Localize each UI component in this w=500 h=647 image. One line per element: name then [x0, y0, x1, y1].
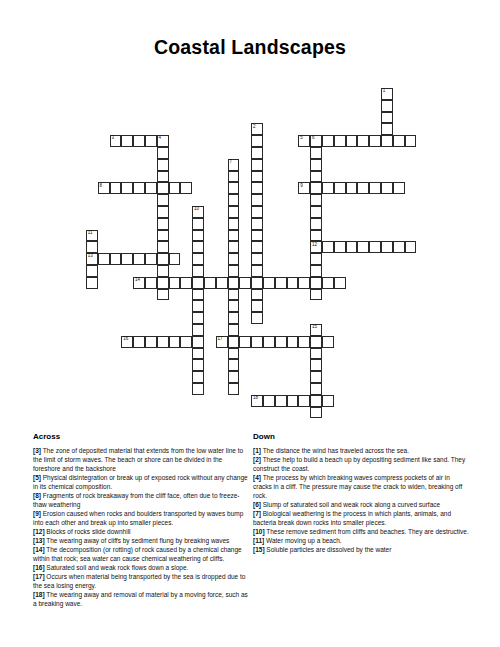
- clue-number-label: [4]: [253, 474, 261, 481]
- grid-cell[interactable]: [169, 182, 181, 194]
- grid-cell[interactable]: [180, 182, 192, 194]
- grid-cell[interactable]: [310, 371, 322, 383]
- grid-cell[interactable]: [251, 241, 263, 253]
- grid-cell[interactable]: [157, 194, 169, 206]
- grid-cell[interactable]: [157, 218, 169, 230]
- clue-down-2: [2] These help to build a beach up by de…: [253, 455, 469, 473]
- grid-cell[interactable]: [381, 100, 393, 112]
- crossword-page: Coastal Landscapes 123456127891011131415…: [0, 0, 500, 647]
- grid-cell-13[interactable]: 13: [86, 253, 98, 265]
- grid-cell[interactable]: [310, 159, 322, 171]
- grid-cell[interactable]: [169, 253, 181, 265]
- grid-cell[interactable]: [322, 277, 334, 289]
- grid-cell[interactable]: [251, 206, 263, 218]
- grid-cell[interactable]: [287, 395, 299, 407]
- clue-number: 7: [229, 160, 232, 165]
- grid-cell-14[interactable]: 14: [133, 277, 145, 289]
- grid-cell[interactable]: [310, 182, 322, 194]
- clue-number-label: [5]: [33, 474, 41, 481]
- grid-cell[interactable]: [192, 371, 204, 383]
- clue-number: 4: [159, 136, 162, 141]
- clue-number: 10: [194, 207, 199, 212]
- clue-number: 2: [253, 125, 256, 130]
- clue-number: 12: [312, 243, 317, 248]
- clue-number-label: [7]: [253, 510, 261, 517]
- grid-cell[interactable]: [310, 277, 322, 289]
- grid-cell[interactable]: [157, 230, 169, 242]
- grid-cell[interactable]: [334, 182, 346, 194]
- grid-cell[interactable]: [157, 159, 169, 171]
- grid-cell[interactable]: [310, 206, 322, 218]
- grid-cell[interactable]: [98, 253, 110, 265]
- grid-cell[interactable]: [310, 147, 322, 159]
- clue-down-10: [10] These remove sediment from cliffs a…: [253, 527, 469, 536]
- clue-down-7: [7] Biological weathering is the process…: [253, 509, 469, 527]
- grid-cell[interactable]: [322, 241, 334, 253]
- clue-number-label: [1]: [253, 447, 261, 454]
- grid-cell[interactable]: [121, 135, 133, 147]
- grid-cell[interactable]: [251, 182, 263, 194]
- grid-cell[interactable]: [228, 218, 240, 230]
- grid-cell[interactable]: [287, 277, 299, 289]
- across-clues-section: Across [3] The zone of deposited materia…: [33, 432, 249, 608]
- clue-number: 13: [88, 254, 93, 259]
- clue-across-14: [14] The decomposition (or rotting) of r…: [33, 545, 249, 563]
- clue-across-13: [13] The wearing away of cliffs by sedim…: [33, 536, 249, 545]
- grid-cell[interactable]: [228, 336, 240, 348]
- clue-number: 5: [300, 136, 303, 141]
- grid-cell[interactable]: [133, 135, 145, 147]
- grid-cell[interactable]: [381, 182, 393, 194]
- grid-cell[interactable]: [287, 336, 299, 348]
- grid-cell-18[interactable]: 18: [251, 395, 263, 407]
- grid-cell-6[interactable]: 6: [310, 135, 322, 147]
- grid-cell-3[interactable]: 3: [110, 135, 122, 147]
- grid-cell[interactable]: [298, 277, 310, 289]
- grid-cell[interactable]: [310, 336, 322, 348]
- down-clues-section: Down [1] The distance the wind has trave…: [253, 432, 469, 554]
- grid-cell[interactable]: [263, 277, 275, 289]
- grid-cell[interactable]: [251, 300, 263, 312]
- clue-number-label: [12]: [33, 528, 45, 535]
- grid-cell[interactable]: [133, 182, 145, 194]
- clue-number-label: [15]: [253, 546, 265, 553]
- grid-cell[interactable]: [263, 336, 275, 348]
- grid-cell[interactable]: [169, 336, 181, 348]
- grid-cell[interactable]: [381, 112, 393, 124]
- clue-number-label: [16]: [33, 564, 45, 571]
- grid-cell[interactable]: [121, 182, 133, 194]
- grid-cell-9[interactable]: 9: [298, 182, 310, 194]
- grid-cell[interactable]: [228, 182, 240, 194]
- grid-cell[interactable]: [157, 253, 169, 265]
- grid-cell[interactable]: [393, 241, 405, 253]
- grid-cell[interactable]: [157, 206, 169, 218]
- clue-number: 1: [383, 89, 386, 94]
- grid-cell[interactable]: [180, 277, 192, 289]
- grid-cell[interactable]: [145, 135, 157, 147]
- grid-cell-15[interactable]: 15: [310, 324, 322, 336]
- grid-cell[interactable]: [393, 135, 405, 147]
- grid-cell[interactable]: [322, 336, 334, 348]
- clue-across-5: [5] Physical disintegration or break up …: [33, 473, 249, 491]
- clue-number-label: [9]: [33, 510, 41, 517]
- grid-cell[interactable]: [346, 182, 358, 194]
- grid-cell[interactable]: [251, 289, 263, 301]
- grid-cell[interactable]: [192, 336, 204, 348]
- grid-cell[interactable]: [405, 241, 417, 253]
- clue-number-label: [18]: [33, 591, 45, 598]
- grid-cell[interactable]: [251, 265, 263, 277]
- grid-cell[interactable]: [263, 395, 275, 407]
- clue-number-label: [17]: [33, 573, 45, 580]
- grid-cell[interactable]: [192, 218, 204, 230]
- grid-cell[interactable]: [310, 359, 322, 371]
- grid-cell-10[interactable]: 10: [192, 206, 204, 218]
- grid-cell[interactable]: [86, 241, 98, 253]
- clue-number: 17: [218, 337, 223, 342]
- clue-number: 9: [300, 184, 303, 189]
- grid-cell[interactable]: [157, 277, 169, 289]
- grid-cell[interactable]: [228, 383, 240, 395]
- grid-cell[interactable]: [228, 277, 240, 289]
- grid-cell[interactable]: [334, 241, 346, 253]
- grid-cell[interactable]: [145, 277, 157, 289]
- clue-number: 6: [312, 136, 315, 141]
- grid-cell[interactable]: [157, 289, 169, 301]
- grid-cell[interactable]: [251, 253, 263, 265]
- clue-number-label: [11]: [253, 537, 264, 544]
- grid-cell-4[interactable]: 4: [157, 135, 169, 147]
- grid-cell[interactable]: [157, 336, 169, 348]
- grid-cell[interactable]: [251, 159, 263, 171]
- grid-cell-7[interactable]: 7: [228, 159, 240, 171]
- clue-across-17: [17] Occurs when material being transpor…: [33, 572, 249, 590]
- grid-cell-5[interactable]: 5: [298, 135, 310, 147]
- grid-cell[interactable]: [251, 277, 263, 289]
- grid-cell[interactable]: [192, 230, 204, 242]
- grid-cell[interactable]: [145, 182, 157, 194]
- grid-cell[interactable]: [239, 336, 251, 348]
- grid-cell[interactable]: [369, 182, 381, 194]
- grid-cell[interactable]: [192, 383, 204, 395]
- clue-across-8: [8] Fragments of rock breakaway from the…: [33, 491, 249, 509]
- grid-cell[interactable]: [310, 230, 322, 242]
- grid-cell[interactable]: [157, 171, 169, 183]
- grid-cell[interactable]: [369, 241, 381, 253]
- grid-cell[interactable]: [322, 395, 334, 407]
- clue-number: 14: [135, 278, 140, 283]
- grid-cell[interactable]: [145, 253, 157, 265]
- clue-number-label: [2]: [253, 456, 261, 463]
- grid-cell[interactable]: [86, 265, 98, 277]
- grid-cell[interactable]: [346, 241, 358, 253]
- grid-cell[interactable]: [334, 277, 346, 289]
- clue-across-16: [16] Saturated soil and weak rock flows …: [33, 563, 249, 572]
- clue-number: 3: [111, 136, 114, 141]
- clue-number-label: [3]: [33, 447, 41, 454]
- grid-cell[interactable]: [310, 194, 322, 206]
- grid-cell[interactable]: [204, 277, 216, 289]
- grid-cell[interactable]: [228, 253, 240, 265]
- grid-cell[interactable]: [228, 324, 240, 336]
- clue-across-18: [18] The wearing away and removal of mat…: [33, 590, 249, 608]
- grid-cell[interactable]: [157, 147, 169, 159]
- grid-cell[interactable]: [357, 135, 369, 147]
- clue-number-label: [14]: [33, 546, 45, 553]
- grid-cell[interactable]: [357, 241, 369, 253]
- clue-number: 16: [123, 337, 128, 342]
- grid-cell[interactable]: [310, 171, 322, 183]
- grid-cell[interactable]: [110, 253, 122, 265]
- grid-cell[interactable]: [192, 324, 204, 336]
- grid-cell[interactable]: [228, 359, 240, 371]
- clue-number-label: [10]: [253, 528, 265, 535]
- grid-cell[interactable]: [192, 312, 204, 324]
- grid-cell-12[interactable]: 12: [310, 241, 322, 253]
- grid-cell[interactable]: [133, 336, 145, 348]
- grid-cell[interactable]: [251, 218, 263, 230]
- grid-cell[interactable]: [251, 194, 263, 206]
- grid-cell[interactable]: [110, 182, 122, 194]
- grid-cell[interactable]: [228, 348, 240, 360]
- clue-number-label: [8]: [33, 492, 41, 499]
- across-clue-list: [3] The zone of deposited material that …: [33, 446, 249, 608]
- grid-cell[interactable]: [192, 241, 204, 253]
- down-heading: Down: [253, 432, 469, 441]
- grid-cell[interactable]: [192, 265, 204, 277]
- grid-cell[interactable]: [381, 123, 393, 135]
- grid-cell[interactable]: [216, 277, 228, 289]
- grid-cell[interactable]: [192, 277, 204, 289]
- grid-cell[interactable]: [228, 312, 240, 324]
- grid-cell[interactable]: [86, 277, 98, 289]
- grid-cell[interactable]: [251, 171, 263, 183]
- grid-cell[interactable]: [228, 371, 240, 383]
- grid-cell[interactable]: [251, 336, 263, 348]
- clue-down-1: [1] The distance the wind has traveled a…: [253, 446, 469, 455]
- grid-cell[interactable]: [228, 206, 240, 218]
- grid-cell[interactable]: [145, 336, 157, 348]
- grid-cell[interactable]: [310, 395, 322, 407]
- grid-cell[interactable]: [310, 383, 322, 395]
- grid-cell[interactable]: [275, 395, 287, 407]
- clue-number-label: [6]: [253, 501, 261, 508]
- grid-cell[interactable]: [228, 194, 240, 206]
- grid-cell[interactable]: [310, 218, 322, 230]
- grid-cell[interactable]: [192, 359, 204, 371]
- clue-down-11: [11] Water moving up a beach.: [253, 536, 469, 545]
- clue-down-6: [6] Slump of saturated soil and weak roc…: [253, 500, 469, 509]
- grid-cell[interactable]: [310, 407, 322, 419]
- clue-number: 15: [312, 325, 317, 330]
- grid-cell[interactable]: [251, 230, 263, 242]
- grid-cell[interactable]: [381, 135, 393, 147]
- grid-cell[interactable]: [192, 253, 204, 265]
- clue-across-12: [12] Blocks of rocks slide downhill: [33, 527, 249, 536]
- grid-cell[interactable]: [298, 336, 310, 348]
- grid-cell-17[interactable]: 17: [216, 336, 228, 348]
- grid-cell[interactable]: [228, 300, 240, 312]
- grid-cell[interactable]: [192, 300, 204, 312]
- grid-cell[interactable]: [310, 348, 322, 360]
- grid-cell-8[interactable]: 8: [98, 182, 110, 194]
- grid-cell[interactable]: [310, 265, 322, 277]
- crossword-grid: 123456127891011131415161718: [86, 88, 416, 418]
- grid-cell[interactable]: [228, 265, 240, 277]
- grid-cell-16[interactable]: 16: [121, 336, 133, 348]
- puzzle-title: Coastal Landscapes: [0, 36, 500, 59]
- clue-number: 18: [253, 396, 258, 401]
- grid-cell[interactable]: [405, 135, 417, 147]
- grid-cell[interactable]: [381, 241, 393, 253]
- grid-cell[interactable]: [310, 289, 322, 301]
- grid-cell[interactable]: [275, 277, 287, 289]
- grid-cell[interactable]: [298, 395, 310, 407]
- grid-cell[interactable]: [310, 253, 322, 265]
- grid-cell-2[interactable]: 2: [251, 123, 263, 135]
- grid-cell[interactable]: [251, 135, 263, 147]
- grid-cell[interactable]: [157, 182, 169, 194]
- grid-cell[interactable]: [251, 312, 263, 324]
- grid-cell[interactable]: [228, 289, 240, 301]
- grid-cell[interactable]: [322, 135, 334, 147]
- clue-across-3: [3] The zone of deposited material that …: [33, 446, 249, 473]
- grid-cell[interactable]: [239, 277, 251, 289]
- grid-cell[interactable]: [275, 336, 287, 348]
- grid-cell[interactable]: [157, 265, 169, 277]
- clue-down-4: [4] The process by which breaking waves …: [253, 473, 469, 500]
- clue-across-9: [9] Erosion caused when rocks and boulde…: [33, 509, 249, 527]
- grid-cell[interactable]: [157, 241, 169, 253]
- grid-cell[interactable]: [180, 336, 192, 348]
- grid-cell[interactable]: [346, 135, 358, 147]
- grid-cell[interactable]: [192, 348, 204, 360]
- grid-cell[interactable]: [228, 241, 240, 253]
- down-clue-list: [1] The distance the wind has traveled a…: [253, 446, 469, 554]
- clue-number-label: [13]: [33, 537, 45, 544]
- grid-cell[interactable]: [251, 147, 263, 159]
- grid-cell[interactable]: [169, 277, 181, 289]
- clue-number: 8: [100, 184, 103, 189]
- grid-cell[interactable]: [228, 171, 240, 183]
- clue-number: 11: [88, 231, 93, 236]
- grid-cell[interactable]: [322, 182, 334, 194]
- grid-cell-1[interactable]: 1: [381, 88, 393, 100]
- across-heading: Across: [33, 432, 249, 441]
- grid-cell[interactable]: [334, 135, 346, 147]
- grid-cell[interactable]: [393, 182, 405, 194]
- grid-cell[interactable]: [357, 182, 369, 194]
- grid-cell-11[interactable]: 11: [86, 230, 98, 242]
- grid-cell[interactable]: [369, 135, 381, 147]
- clue-down-15: [15] Soluble particles are dissolved by …: [253, 545, 469, 554]
- grid-cell[interactable]: [133, 253, 145, 265]
- grid-cell[interactable]: [192, 289, 204, 301]
- grid-cell[interactable]: [228, 230, 240, 242]
- grid-cell[interactable]: [121, 253, 133, 265]
